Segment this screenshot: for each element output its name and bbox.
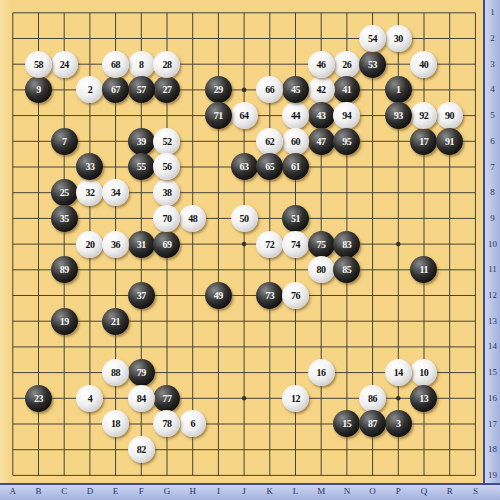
col-label-S: S [468, 486, 482, 496]
go-game-diagram: 1234678910111213141516171819202123242526… [0, 0, 500, 500]
stone-G3[interactable]: 28 [153, 51, 180, 78]
stone-E17[interactable]: 18 [102, 410, 129, 437]
stone-L6[interactable]: 60 [282, 128, 309, 155]
stone-H9[interactable]: 48 [179, 205, 206, 232]
col-label-J: J [237, 486, 251, 496]
col-label-E: E [109, 486, 123, 496]
stone-M15[interactable]: 16 [308, 359, 335, 386]
stone-M5[interactable]: 43 [308, 102, 335, 129]
stone-K4[interactable]: 66 [256, 76, 283, 103]
stone-M4[interactable]: 42 [308, 76, 335, 103]
col-label-B: B [32, 486, 46, 496]
stone-I5[interactable]: 71 [205, 102, 232, 129]
row-label-8: 8 [485, 187, 500, 198]
row-label-2: 2 [485, 33, 500, 44]
stone-L16[interactable]: 12 [282, 385, 309, 412]
col-label-P: P [391, 486, 405, 496]
stone-C3[interactable]: 24 [51, 51, 78, 78]
stone-D8[interactable]: 32 [76, 179, 103, 206]
stone-B4[interactable]: 9 [25, 76, 52, 103]
stone-B16[interactable]: 23 [25, 385, 52, 412]
stone-E3[interactable]: 68 [102, 51, 129, 78]
stone-N5[interactable]: 94 [333, 102, 360, 129]
stone-F4[interactable]: 57 [128, 76, 155, 103]
stone-N17[interactable]: 15 [333, 410, 360, 437]
stone-M11[interactable]: 80 [308, 256, 335, 283]
col-label-Q: Q [417, 486, 431, 496]
stone-Q6[interactable]: 17 [410, 128, 437, 155]
stone-L4[interactable]: 45 [282, 76, 309, 103]
row-label-6: 6 [485, 136, 500, 147]
stone-F16[interactable]: 84 [128, 385, 155, 412]
row-label-10: 10 [485, 239, 500, 250]
stone-I12[interactable]: 49 [205, 282, 232, 309]
stone-L10[interactable]: 74 [282, 231, 309, 258]
stone-L5[interactable]: 44 [282, 102, 309, 129]
col-label-G: G [160, 486, 174, 496]
stone-Q16[interactable]: 13 [410, 385, 437, 412]
stone-F3[interactable]: 8 [128, 51, 155, 78]
stone-G17[interactable]: 78 [153, 410, 180, 437]
row-label-3: 3 [485, 59, 500, 70]
stone-N6[interactable]: 95 [333, 128, 360, 155]
row-label-7: 7 [485, 162, 500, 173]
stone-P5[interactable]: 93 [385, 102, 412, 129]
stone-E8[interactable]: 34 [102, 179, 129, 206]
stone-K10[interactable]: 72 [256, 231, 283, 258]
stone-G4[interactable]: 27 [153, 76, 180, 103]
stone-O3[interactable]: 53 [359, 51, 386, 78]
col-label-I: I [211, 486, 225, 496]
stone-C6[interactable]: 7 [51, 128, 78, 155]
col-label-L: L [289, 486, 303, 496]
stone-F18[interactable]: 82 [128, 436, 155, 463]
col-label-R: R [443, 486, 457, 496]
row-label-16: 16 [485, 393, 500, 404]
row-label-15: 15 [485, 367, 500, 378]
stone-N10[interactable]: 83 [333, 231, 360, 258]
col-label-K: K [263, 486, 277, 496]
row-label-12: 12 [485, 290, 500, 301]
stone-I4[interactable]: 29 [205, 76, 232, 103]
stone-B3[interactable]: 58 [25, 51, 52, 78]
stone-F7[interactable]: 55 [128, 153, 155, 180]
stone-N11[interactable]: 85 [333, 256, 360, 283]
stone-Q5[interactable]: 92 [410, 102, 437, 129]
row-label-17: 17 [485, 419, 500, 430]
stone-G10[interactable]: 69 [153, 231, 180, 258]
stone-M3[interactable]: 46 [308, 51, 335, 78]
stone-O2[interactable]: 54 [359, 25, 386, 52]
stone-O17[interactable]: 87 [359, 410, 386, 437]
row-label-19: 19 [485, 470, 500, 481]
stone-M10[interactable]: 75 [308, 231, 335, 258]
stone-P4[interactable]: 1 [385, 76, 412, 103]
stone-D4[interactable]: 2 [76, 76, 103, 103]
stone-K7[interactable]: 65 [256, 153, 283, 180]
stone-K12[interactable]: 73 [256, 282, 283, 309]
col-label-O: O [366, 486, 380, 496]
stone-G7[interactable]: 56 [153, 153, 180, 180]
stone-O16[interactable]: 86 [359, 385, 386, 412]
stone-C9[interactable]: 35 [51, 205, 78, 232]
stone-R6[interactable]: 91 [436, 128, 463, 155]
stone-K6[interactable]: 62 [256, 128, 283, 155]
stone-C13[interactable]: 19 [51, 308, 78, 335]
stone-H17[interactable]: 6 [179, 410, 206, 437]
stone-J5[interactable]: 64 [231, 102, 258, 129]
stone-F12[interactable]: 37 [128, 282, 155, 309]
row-coordinates: 12345678910111213141516171819 [483, 0, 500, 500]
stone-G9[interactable]: 70 [153, 205, 180, 232]
row-label-9: 9 [485, 213, 500, 224]
stone-F15[interactable]: 79 [128, 359, 155, 386]
stone-L12[interactable]: 76 [282, 282, 309, 309]
stone-E15[interactable]: 88 [102, 359, 129, 386]
stone-N4[interactable]: 41 [333, 76, 360, 103]
stone-G16[interactable]: 77 [153, 385, 180, 412]
stone-C11[interactable]: 89 [51, 256, 78, 283]
col-label-M: M [314, 486, 328, 496]
row-label-14: 14 [485, 341, 500, 352]
stone-D10[interactable]: 20 [76, 231, 103, 258]
col-label-N: N [340, 486, 354, 496]
stone-M6[interactable]: 47 [308, 128, 335, 155]
stone-L9[interactable]: 51 [282, 205, 309, 232]
row-label-11: 11 [485, 264, 500, 275]
stone-L7[interactable]: 61 [282, 153, 309, 180]
go-board[interactable]: 1234678910111213141516171819202123242526… [0, 0, 488, 488]
col-label-F: F [134, 486, 148, 496]
column-coordinates: ABCDEFGHIJKLMNOPQRS [0, 483, 500, 500]
stone-J7[interactable]: 63 [231, 153, 258, 180]
stone-P17[interactable]: 3 [385, 410, 412, 437]
stone-Q11[interactable]: 11 [410, 256, 437, 283]
stone-D16[interactable]: 4 [76, 385, 103, 412]
stone-N3[interactable]: 26 [333, 51, 360, 78]
stone-G6[interactable]: 52 [153, 128, 180, 155]
stone-C8[interactable]: 25 [51, 179, 78, 206]
row-label-4: 4 [485, 84, 500, 95]
col-label-D: D [83, 486, 97, 496]
stone-P2[interactable]: 30 [385, 25, 412, 52]
col-label-C: C [57, 486, 71, 496]
stone-E13[interactable]: 21 [102, 308, 129, 335]
stone-E10[interactable]: 36 [102, 231, 129, 258]
stone-P15[interactable]: 14 [385, 359, 412, 386]
stone-D7[interactable]: 33 [76, 153, 103, 180]
stone-F6[interactable]: 39 [128, 128, 155, 155]
row-label-13: 13 [485, 316, 500, 327]
col-label-H: H [186, 486, 200, 496]
stone-R5[interactable]: 90 [436, 102, 463, 129]
row-label-5: 5 [485, 110, 500, 121]
stone-F10[interactable]: 31 [128, 231, 155, 258]
stone-G8[interactable]: 38 [153, 179, 180, 206]
stone-Q15[interactable]: 10 [410, 359, 437, 386]
stone-J9[interactable]: 50 [231, 205, 258, 232]
row-label-18: 18 [485, 444, 500, 455]
col-label-A: A [6, 486, 20, 496]
row-label-1: 1 [485, 7, 500, 18]
stone-Q3[interactable]: 40 [410, 51, 437, 78]
stone-E4[interactable]: 67 [102, 76, 129, 103]
